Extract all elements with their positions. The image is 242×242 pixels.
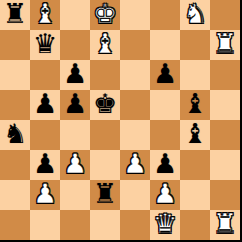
square-d2[interactable]: ♜	[90, 180, 120, 210]
square-e6[interactable]	[120, 60, 150, 90]
piece-white-pawn[interactable]: ♟	[123, 150, 147, 179]
piece-black-king[interactable]: ♚	[93, 90, 117, 119]
square-d1[interactable]	[90, 210, 120, 240]
square-h6[interactable]	[210, 60, 240, 90]
square-e1[interactable]	[120, 210, 150, 240]
square-g6[interactable]	[180, 60, 210, 90]
square-b7[interactable]: ♛	[30, 30, 60, 60]
square-c2[interactable]	[60, 180, 90, 210]
square-a1[interactable]	[0, 210, 30, 240]
square-f5[interactable]	[150, 90, 180, 120]
square-a5[interactable]	[0, 90, 30, 120]
piece-white-knight[interactable]: ♞	[183, 0, 207, 29]
piece-white-queen[interactable]: ♛	[153, 210, 177, 239]
square-f4[interactable]	[150, 120, 180, 150]
square-e8[interactable]	[120, 0, 150, 30]
square-a8[interactable]: ♜	[0, 0, 30, 30]
square-b5[interactable]: ♟	[30, 90, 60, 120]
square-b4[interactable]	[30, 120, 60, 150]
square-e7[interactable]	[120, 30, 150, 60]
square-a6[interactable]	[0, 60, 30, 90]
piece-white-bishop[interactable]: ♝	[93, 30, 117, 59]
piece-black-queen[interactable]: ♛	[33, 30, 57, 59]
piece-black-rook[interactable]: ♜	[3, 0, 27, 29]
square-a4[interactable]: ♞	[0, 120, 30, 150]
square-f7[interactable]	[150, 30, 180, 60]
square-b6[interactable]	[30, 60, 60, 90]
piece-black-bishop[interactable]: ♝	[183, 120, 207, 149]
piece-black-pawn[interactable]: ♟	[63, 90, 87, 119]
piece-white-pawn[interactable]: ♟	[63, 150, 87, 179]
square-e5[interactable]	[120, 90, 150, 120]
piece-black-pawn[interactable]: ♟	[153, 60, 177, 89]
piece-black-pawn[interactable]: ♟	[153, 150, 177, 179]
square-e2[interactable]	[120, 180, 150, 210]
square-c3[interactable]: ♟	[60, 150, 90, 180]
square-d3[interactable]	[90, 150, 120, 180]
piece-black-pawn[interactable]: ♟	[33, 150, 57, 179]
square-d8[interactable]: ♚	[90, 0, 120, 30]
piece-white-bishop[interactable]: ♝	[33, 0, 57, 29]
square-h7[interactable]: ♜	[210, 30, 240, 60]
square-g4[interactable]: ♝	[180, 120, 210, 150]
square-h8[interactable]	[210, 0, 240, 30]
piece-white-rook[interactable]: ♜	[213, 210, 237, 239]
square-c1[interactable]	[60, 210, 90, 240]
square-b8[interactable]: ♝	[30, 0, 60, 30]
piece-black-bishop[interactable]: ♝	[183, 90, 207, 119]
square-c8[interactable]	[60, 0, 90, 30]
square-a7[interactable]	[0, 30, 30, 60]
piece-white-pawn[interactable]: ♟	[153, 180, 177, 209]
square-g7[interactable]	[180, 30, 210, 60]
square-b1[interactable]	[30, 210, 60, 240]
square-c7[interactable]	[60, 30, 90, 60]
square-g2[interactable]	[180, 180, 210, 210]
square-h4[interactable]	[210, 120, 240, 150]
piece-white-rook[interactable]: ♜	[213, 30, 237, 59]
square-h2[interactable]	[210, 180, 240, 210]
square-g3[interactable]	[180, 150, 210, 180]
square-c5[interactable]: ♟	[60, 90, 90, 120]
square-e3[interactable]: ♟	[120, 150, 150, 180]
square-d6[interactable]	[90, 60, 120, 90]
square-f8[interactable]	[150, 0, 180, 30]
square-h3[interactable]	[210, 150, 240, 180]
square-g5[interactable]: ♝	[180, 90, 210, 120]
square-e4[interactable]	[120, 120, 150, 150]
piece-white-pawn[interactable]: ♟	[33, 180, 57, 209]
chess-board: ♜♝♚♞♛♝♜♟♟♟♟♚♝♞♝♟♟♟♟♟♜♟♛♜	[0, 0, 242, 242]
piece-white-king[interactable]: ♚	[93, 0, 117, 29]
square-d4[interactable]	[90, 120, 120, 150]
square-d5[interactable]: ♚	[90, 90, 120, 120]
chessboard-screenshot: ♜♝♚♞♛♝♜♟♟♟♟♚♝♞♝♟♟♟♟♟♜♟♛♜	[0, 0, 242, 242]
piece-black-pawn[interactable]: ♟	[33, 90, 57, 119]
square-a2[interactable]	[0, 180, 30, 210]
piece-black-knight[interactable]: ♞	[3, 120, 27, 149]
square-h5[interactable]	[210, 90, 240, 120]
square-f3[interactable]: ♟	[150, 150, 180, 180]
square-b2[interactable]: ♟	[30, 180, 60, 210]
square-f1[interactable]: ♛	[150, 210, 180, 240]
square-a3[interactable]	[0, 150, 30, 180]
piece-black-rook[interactable]: ♜	[93, 180, 117, 209]
square-f6[interactable]: ♟	[150, 60, 180, 90]
square-g1[interactable]	[180, 210, 210, 240]
square-c4[interactable]	[60, 120, 90, 150]
square-h1[interactable]: ♜	[210, 210, 240, 240]
piece-black-pawn[interactable]: ♟	[63, 60, 87, 89]
square-c6[interactable]: ♟	[60, 60, 90, 90]
square-f2[interactable]: ♟	[150, 180, 180, 210]
square-d7[interactable]: ♝	[90, 30, 120, 60]
square-g8[interactable]: ♞	[180, 0, 210, 30]
square-b3[interactable]: ♟	[30, 150, 60, 180]
